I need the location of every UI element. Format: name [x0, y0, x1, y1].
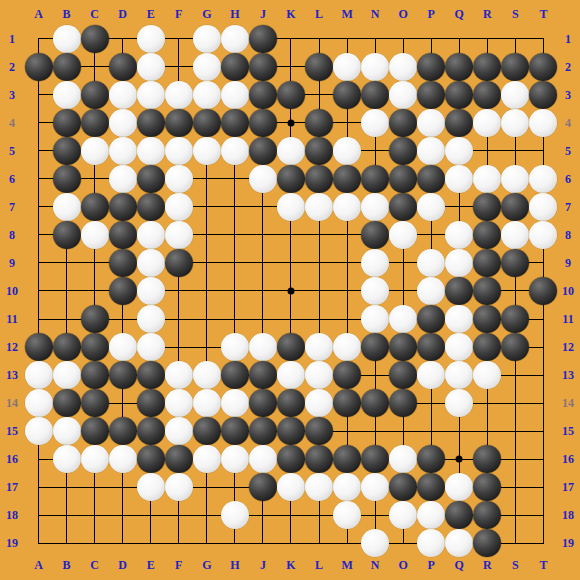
stone-white [193, 361, 221, 389]
stone-black [109, 193, 137, 221]
star-point [287, 119, 294, 126]
stone-black [221, 361, 249, 389]
stone-black [221, 109, 249, 137]
row-label-right-16: 16 [562, 452, 574, 467]
stone-black [529, 81, 557, 109]
stone-black [109, 277, 137, 305]
row-label-left-13: 13 [6, 368, 18, 383]
stone-black [445, 277, 473, 305]
stone-white [221, 137, 249, 165]
stone-black [333, 445, 361, 473]
row-label-right-4: 4 [565, 115, 571, 130]
stone-black [501, 193, 529, 221]
stone-black [249, 417, 277, 445]
stone-white [25, 389, 53, 417]
stone-white [221, 501, 249, 529]
stone-white [53, 25, 81, 53]
row-label-left-7: 7 [9, 199, 15, 214]
stone-white [361, 277, 389, 305]
col-label-bottom-S: S [512, 558, 519, 573]
stone-black [501, 333, 529, 361]
row-label-left-12: 12 [6, 340, 18, 355]
stone-white [109, 333, 137, 361]
row-label-left-4: 4 [9, 115, 15, 130]
row-label-right-12: 12 [562, 340, 574, 355]
stone-white [137, 473, 165, 501]
stone-white [81, 137, 109, 165]
stone-white [277, 193, 305, 221]
stone-black [417, 473, 445, 501]
stone-black [249, 53, 277, 81]
stone-black [249, 109, 277, 137]
stone-white [165, 473, 193, 501]
stone-black [305, 53, 333, 81]
stone-black [473, 333, 501, 361]
stone-black [221, 53, 249, 81]
row-label-left-11: 11 [6, 312, 17, 327]
stone-white [333, 193, 361, 221]
stone-black [473, 473, 501, 501]
stone-black [361, 165, 389, 193]
stone-white [165, 221, 193, 249]
stone-black [277, 165, 305, 193]
stone-white [333, 501, 361, 529]
row-label-left-5: 5 [9, 143, 15, 158]
stone-black [109, 417, 137, 445]
stone-white [25, 417, 53, 445]
col-label-top-D: D [118, 7, 127, 22]
stone-black [417, 445, 445, 473]
stone-white [305, 193, 333, 221]
stone-black [277, 81, 305, 109]
stone-white [53, 417, 81, 445]
row-label-right-2: 2 [565, 59, 571, 74]
stone-white [417, 193, 445, 221]
stone-white [277, 137, 305, 165]
stone-white [473, 109, 501, 137]
col-label-top-E: E [147, 7, 155, 22]
stone-white [445, 249, 473, 277]
stone-black [81, 81, 109, 109]
row-label-left-19: 19 [6, 536, 18, 551]
stone-black [445, 109, 473, 137]
row-label-right-10: 10 [562, 283, 574, 298]
col-label-bottom-B: B [63, 558, 71, 573]
stone-black [501, 249, 529, 277]
stone-white [473, 361, 501, 389]
stone-white [501, 165, 529, 193]
stone-black [445, 81, 473, 109]
stone-white [137, 333, 165, 361]
stone-black [305, 165, 333, 193]
col-label-top-B: B [63, 7, 71, 22]
stone-white [137, 221, 165, 249]
stone-black [473, 53, 501, 81]
row-label-left-1: 1 [9, 31, 15, 46]
col-label-top-F: F [175, 7, 182, 22]
row-label-right-8: 8 [565, 227, 571, 242]
stone-black [473, 81, 501, 109]
stone-black [389, 109, 417, 137]
stone-white [221, 25, 249, 53]
stone-white [193, 53, 221, 81]
stone-white [529, 109, 557, 137]
col-label-bottom-J: J [260, 558, 266, 573]
col-label-top-A: A [34, 7, 43, 22]
stone-black [305, 417, 333, 445]
star-point [287, 287, 294, 294]
stone-black [333, 361, 361, 389]
stone-black [473, 529, 501, 557]
stone-white [389, 305, 417, 333]
col-label-top-R: R [483, 7, 492, 22]
stone-white [109, 165, 137, 193]
col-label-bottom-D: D [118, 558, 127, 573]
stone-black [361, 221, 389, 249]
stone-white [389, 53, 417, 81]
stone-white [305, 333, 333, 361]
stone-black [417, 81, 445, 109]
stone-black [81, 389, 109, 417]
stone-black [53, 109, 81, 137]
col-label-bottom-N: N [371, 558, 380, 573]
go-board[interactable]: AABBCCDDEEFFGGHHJJKKLLMMNNOOPPQQRRSSTT11… [0, 0, 580, 580]
stone-white [417, 501, 445, 529]
stone-white [529, 193, 557, 221]
stone-black [445, 501, 473, 529]
col-label-top-L: L [315, 7, 323, 22]
stone-white [193, 389, 221, 417]
stone-black [277, 417, 305, 445]
stone-black [305, 445, 333, 473]
col-label-top-K: K [286, 7, 295, 22]
stone-white [445, 165, 473, 193]
stone-white [249, 445, 277, 473]
stone-white [389, 501, 417, 529]
stone-black [165, 249, 193, 277]
stone-black [333, 81, 361, 109]
stone-white [193, 81, 221, 109]
row-label-left-14: 14 [6, 396, 18, 411]
stone-white [417, 529, 445, 557]
stone-black [277, 389, 305, 417]
stone-white [221, 389, 249, 417]
col-label-top-Q: Q [455, 7, 464, 22]
stone-black [25, 53, 53, 81]
stone-white [165, 165, 193, 193]
stone-white [193, 25, 221, 53]
col-label-bottom-K: K [286, 558, 295, 573]
stone-black [221, 417, 249, 445]
stone-white [137, 249, 165, 277]
stone-black [81, 109, 109, 137]
stone-black [501, 53, 529, 81]
stone-white [361, 53, 389, 81]
stone-white [81, 445, 109, 473]
stone-white [109, 81, 137, 109]
stone-white [109, 445, 137, 473]
stone-black [305, 109, 333, 137]
stone-white [445, 137, 473, 165]
stone-white [361, 193, 389, 221]
row-label-left-17: 17 [6, 480, 18, 495]
row-label-right-5: 5 [565, 143, 571, 158]
star-point [456, 456, 463, 463]
col-label-top-N: N [371, 7, 380, 22]
row-label-left-2: 2 [9, 59, 15, 74]
stone-black [389, 361, 417, 389]
stone-white [165, 389, 193, 417]
stone-black [361, 333, 389, 361]
stone-white [277, 473, 305, 501]
stone-black [109, 53, 137, 81]
stone-white [361, 529, 389, 557]
stone-white [529, 165, 557, 193]
stone-white [53, 193, 81, 221]
stone-black [53, 389, 81, 417]
stone-white [501, 81, 529, 109]
stone-white [165, 193, 193, 221]
stone-white [137, 277, 165, 305]
row-label-right-18: 18 [562, 508, 574, 523]
stone-white [473, 165, 501, 193]
stone-white [305, 361, 333, 389]
stone-black [445, 53, 473, 81]
stone-white [165, 81, 193, 109]
row-label-right-17: 17 [562, 480, 574, 495]
stone-white [137, 81, 165, 109]
stone-white [81, 221, 109, 249]
col-label-bottom-Q: Q [455, 558, 464, 573]
stone-white [445, 221, 473, 249]
stone-black [81, 193, 109, 221]
stone-black [417, 333, 445, 361]
col-label-top-O: O [398, 7, 407, 22]
stone-black [417, 53, 445, 81]
stone-white [333, 473, 361, 501]
stone-white [445, 529, 473, 557]
stone-white [417, 249, 445, 277]
row-label-right-6: 6 [565, 171, 571, 186]
stone-black [249, 137, 277, 165]
col-label-top-P: P [428, 7, 435, 22]
stone-black [249, 25, 277, 53]
stone-black [165, 109, 193, 137]
stone-black [53, 53, 81, 81]
stone-black [53, 165, 81, 193]
stone-black [333, 389, 361, 417]
stone-black [389, 193, 417, 221]
stone-white [333, 53, 361, 81]
col-label-bottom-R: R [483, 558, 492, 573]
stone-black [417, 305, 445, 333]
stone-white [501, 109, 529, 137]
col-label-bottom-P: P [428, 558, 435, 573]
stone-black [473, 501, 501, 529]
stone-white [445, 305, 473, 333]
stone-black [165, 445, 193, 473]
stone-white [389, 81, 417, 109]
row-label-left-15: 15 [6, 424, 18, 439]
stone-white [445, 333, 473, 361]
stone-black [473, 277, 501, 305]
col-label-top-J: J [260, 7, 266, 22]
row-label-right-3: 3 [565, 87, 571, 102]
stone-black [137, 389, 165, 417]
col-label-bottom-O: O [398, 558, 407, 573]
stone-white [25, 361, 53, 389]
stone-black [361, 389, 389, 417]
stone-black [389, 473, 417, 501]
row-label-left-16: 16 [6, 452, 18, 467]
row-label-right-7: 7 [565, 199, 571, 214]
stone-black [81, 333, 109, 361]
stone-white [445, 473, 473, 501]
stone-black [137, 361, 165, 389]
stone-white [137, 137, 165, 165]
stone-white [277, 361, 305, 389]
stone-white [137, 25, 165, 53]
row-label-right-11: 11 [562, 312, 573, 327]
col-label-bottom-C: C [90, 558, 99, 573]
stone-white [165, 137, 193, 165]
stone-white [53, 361, 81, 389]
col-label-top-M: M [341, 7, 352, 22]
stone-white [249, 165, 277, 193]
stone-black [277, 333, 305, 361]
stone-black [389, 333, 417, 361]
stone-white [53, 81, 81, 109]
stone-black [361, 81, 389, 109]
stone-black [137, 165, 165, 193]
stone-black [81, 417, 109, 445]
stone-white [221, 445, 249, 473]
col-label-top-H: H [230, 7, 239, 22]
stone-black [193, 417, 221, 445]
stone-white [389, 221, 417, 249]
stone-black [473, 305, 501, 333]
col-label-bottom-F: F [175, 558, 182, 573]
go-app-window: AABBCCDDEEFFGGHHJJKKLLMMNNOOPPQQRRSSTT11… [0, 0, 580, 580]
stone-black [249, 361, 277, 389]
row-label-left-9: 9 [9, 255, 15, 270]
stone-white [193, 137, 221, 165]
stone-black [137, 193, 165, 221]
stone-white [137, 53, 165, 81]
stone-white [361, 473, 389, 501]
stone-white [389, 445, 417, 473]
stone-black [109, 221, 137, 249]
col-label-bottom-G: G [202, 558, 211, 573]
stone-black [333, 165, 361, 193]
stone-white [221, 81, 249, 109]
stone-black [137, 445, 165, 473]
stone-white [417, 277, 445, 305]
col-label-top-G: G [202, 7, 211, 22]
stone-black [277, 445, 305, 473]
row-label-right-19: 19 [562, 536, 574, 551]
col-label-bottom-H: H [230, 558, 239, 573]
row-label-right-15: 15 [562, 424, 574, 439]
stone-white [249, 333, 277, 361]
stone-white [165, 417, 193, 445]
stone-white [109, 137, 137, 165]
stone-black [249, 81, 277, 109]
stone-black [529, 53, 557, 81]
stone-white [529, 221, 557, 249]
stone-white [361, 249, 389, 277]
stone-black [389, 137, 417, 165]
stone-black [249, 389, 277, 417]
stone-white [417, 109, 445, 137]
col-label-top-C: C [90, 7, 99, 22]
stone-black [25, 333, 53, 361]
row-label-right-13: 13 [562, 368, 574, 383]
stone-black [53, 221, 81, 249]
stone-black [473, 445, 501, 473]
stone-white [53, 445, 81, 473]
stone-black [81, 25, 109, 53]
row-label-right-14: 14 [562, 396, 574, 411]
col-label-top-T: T [539, 7, 547, 22]
stone-black [137, 417, 165, 445]
row-label-left-6: 6 [9, 171, 15, 186]
stone-white [305, 389, 333, 417]
row-label-right-1: 1 [565, 31, 571, 46]
stone-white [137, 305, 165, 333]
stone-black [193, 109, 221, 137]
stone-black [529, 277, 557, 305]
stone-white [165, 361, 193, 389]
stone-white [109, 109, 137, 137]
stone-white [417, 361, 445, 389]
col-label-bottom-T: T [539, 558, 547, 573]
stone-white [501, 221, 529, 249]
row-label-right-9: 9 [565, 255, 571, 270]
stone-white [445, 361, 473, 389]
stone-black [53, 137, 81, 165]
stone-black [137, 109, 165, 137]
stone-black [81, 305, 109, 333]
stone-white [221, 333, 249, 361]
stone-black [53, 333, 81, 361]
stone-black [473, 193, 501, 221]
stone-black [109, 361, 137, 389]
stone-black [417, 165, 445, 193]
stone-white [193, 445, 221, 473]
stone-black [109, 249, 137, 277]
row-label-left-8: 8 [9, 227, 15, 242]
row-label-left-3: 3 [9, 87, 15, 102]
col-label-top-S: S [512, 7, 519, 22]
stone-white [417, 137, 445, 165]
stone-white [333, 333, 361, 361]
stone-black [249, 473, 277, 501]
stone-white [361, 305, 389, 333]
stone-black [501, 305, 529, 333]
stone-black [389, 165, 417, 193]
stone-white [361, 109, 389, 137]
stone-black [473, 249, 501, 277]
stone-black [389, 389, 417, 417]
col-label-bottom-L: L [315, 558, 323, 573]
stone-black [305, 137, 333, 165]
stone-black [361, 445, 389, 473]
stone-white [305, 473, 333, 501]
col-label-bottom-M: M [341, 558, 352, 573]
col-label-bottom-E: E [147, 558, 155, 573]
stone-black [473, 221, 501, 249]
